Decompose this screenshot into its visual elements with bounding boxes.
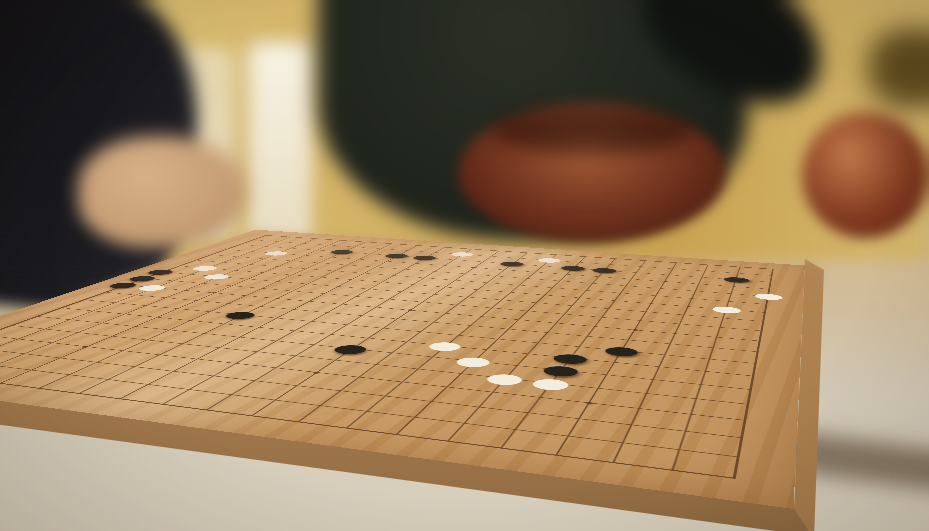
white-stone: ●: [752, 291, 785, 301]
white-stone: ●: [534, 256, 566, 263]
white-stone: ●: [480, 370, 530, 387]
black-stone: ●: [600, 344, 643, 358]
white-stone: ●: [709, 304, 744, 315]
black-stone: ●: [721, 275, 752, 283]
go-stone-bowl-opening: [492, 108, 692, 154]
black-stone: ●: [557, 264, 589, 272]
drinking-glass-2: [248, 42, 312, 257]
white-stone: ●: [526, 375, 576, 392]
black-stone: ●: [589, 266, 621, 274]
go-game-photo: ●●●●●●●●●●●●●●●●●●●●●●●●●●●: [0, 0, 929, 531]
go-stone-bowl-right: [802, 112, 929, 238]
